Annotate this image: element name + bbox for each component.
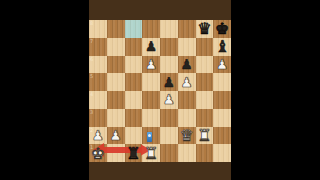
square-g3[interactable]: [196, 109, 214, 127]
square-b5[interactable]: [107, 73, 125, 91]
chess-board: 8♛♚7♟♝6♟♟♟5♟♟4♟32♟♟♛♜1♚♜♜: [89, 20, 231, 162]
square-a7[interactable]: 7: [89, 38, 107, 56]
square-b2[interactable]: ♟: [107, 127, 125, 145]
piece-black-king-h8[interactable]: ♚: [215, 20, 229, 37]
square-h4[interactable]: [213, 91, 231, 109]
square-e8[interactable]: [160, 20, 178, 38]
square-e6[interactable]: [160, 56, 178, 74]
piece-white-pawn-d6[interactable]: ♟: [145, 55, 157, 72]
piece-black-pawn-f6[interactable]: ♟: [181, 55, 193, 72]
square-d3[interactable]: [142, 109, 160, 127]
square-a6[interactable]: 6: [89, 56, 107, 74]
square-g5[interactable]: [196, 73, 214, 91]
square-h7[interactable]: ♝: [213, 38, 231, 56]
square-e7[interactable]: [160, 38, 178, 56]
square-e3[interactable]: [160, 109, 178, 127]
piece-black-bishop-h7[interactable]: ♝: [215, 38, 229, 55]
square-a3[interactable]: 3: [89, 109, 107, 127]
square-b8[interactable]: [107, 20, 125, 38]
square-d6[interactable]: ♟: [142, 56, 160, 74]
piece-white-rook-g2[interactable]: ♜: [197, 126, 211, 143]
square-c4[interactable]: [125, 91, 143, 109]
square-c8[interactable]: [125, 20, 143, 38]
piece-white-pawn-a2[interactable]: ♟: [92, 126, 104, 143]
coordinate-label: 5: [90, 74, 93, 79]
square-e4[interactable]: ♟: [160, 91, 178, 109]
square-h1[interactable]: [213, 144, 231, 162]
square-b6[interactable]: [107, 56, 125, 74]
piece-black-rook-c1[interactable]: ♜: [126, 144, 140, 161]
square-c7[interactable]: [125, 38, 143, 56]
square-a2[interactable]: 2♟: [89, 127, 107, 145]
square-e5[interactable]: ♟: [160, 73, 178, 91]
piece-white-pawn-h6[interactable]: ♟: [216, 55, 228, 72]
square-f2[interactable]: ♛: [178, 127, 196, 145]
piece-white-queen-f2[interactable]: ♛: [179, 126, 193, 143]
square-d8[interactable]: [142, 20, 160, 38]
square-a8[interactable]: 8: [89, 20, 107, 38]
square-d4[interactable]: [142, 91, 160, 109]
piece-white-pawn-b2[interactable]: ♟: [110, 126, 122, 143]
letterbox-top: [89, 0, 231, 20]
square-g2[interactable]: ♜: [196, 127, 214, 145]
board-wrap: 8♛♚7♟♝6♟♟♟5♟♟4♟32♟♟♛♜1♚♜♜: [89, 20, 231, 162]
square-c2[interactable]: [125, 127, 143, 145]
square-b7[interactable]: [107, 38, 125, 56]
square-f7[interactable]: [178, 38, 196, 56]
square-b1[interactable]: [107, 144, 125, 162]
square-a5[interactable]: 5: [89, 73, 107, 91]
square-h2[interactable]: [213, 127, 231, 145]
coordinate-label: 6: [90, 57, 93, 62]
square-c6[interactable]: [125, 56, 143, 74]
square-h5[interactable]: [213, 73, 231, 91]
square-c3[interactable]: [125, 109, 143, 127]
coordinate-label: 4: [90, 92, 93, 97]
square-g4[interactable]: [196, 91, 214, 109]
square-g1[interactable]: [196, 144, 214, 162]
square-f4[interactable]: [178, 91, 196, 109]
piece-white-pawn-f5[interactable]: ♟: [181, 73, 193, 90]
piece-white-king-a1[interactable]: ♚: [91, 144, 105, 161]
square-f3[interactable]: [178, 109, 196, 127]
square-d5[interactable]: [142, 73, 160, 91]
piece-white-rook-d1[interactable]: ♜: [144, 144, 158, 161]
piece-white-pawn-e4[interactable]: ♟: [163, 91, 175, 108]
square-g8[interactable]: ♛: [196, 20, 214, 38]
square-g6[interactable]: [196, 56, 214, 74]
piece-black-queen-g8[interactable]: ♛: [197, 20, 211, 37]
coordinate-label: 7: [90, 39, 93, 44]
square-b3[interactable]: [107, 109, 125, 127]
square-c1[interactable]: ♜: [125, 144, 143, 162]
square-h3[interactable]: [213, 109, 231, 127]
square-b4[interactable]: [107, 91, 125, 109]
screenshot-stage: 8♛♚7♟♝6♟♟♟5♟♟4♟32♟♟♛♜1♚♜♜: [0, 0, 320, 180]
square-d1[interactable]: ♜: [142, 144, 160, 162]
square-e1[interactable]: [160, 144, 178, 162]
square-a1[interactable]: 1♚: [89, 144, 107, 162]
coordinate-label: 8: [90, 21, 93, 26]
letterbox-bottom: [89, 162, 231, 180]
square-f1[interactable]: [178, 144, 196, 162]
square-a4[interactable]: 4: [89, 91, 107, 109]
square-h6[interactable]: ♟: [213, 56, 231, 74]
square-h8[interactable]: ♚: [213, 20, 231, 38]
video-frame: 8♛♚7♟♝6♟♟♟5♟♟4♟32♟♟♛♜1♚♜♜: [89, 0, 231, 180]
square-g7[interactable]: [196, 38, 214, 56]
square-d2[interactable]: [142, 127, 160, 145]
coordinate-label: 3: [90, 110, 93, 115]
piece-black-pawn-e5[interactable]: ♟: [163, 73, 175, 90]
piece-black-pawn-d7[interactable]: ♟: [145, 38, 157, 55]
square-f5[interactable]: ♟: [178, 73, 196, 91]
square-c5[interactable]: [125, 73, 143, 91]
square-e2[interactable]: [160, 127, 178, 145]
square-d7[interactable]: ♟: [142, 38, 160, 56]
square-f8[interactable]: [178, 20, 196, 38]
square-f6[interactable]: ♟: [178, 56, 196, 74]
